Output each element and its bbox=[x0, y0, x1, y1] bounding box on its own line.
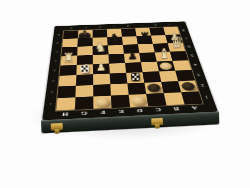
square-g2 bbox=[75, 85, 93, 97]
square-f3 bbox=[93, 74, 110, 85]
square-a2 bbox=[178, 80, 198, 92]
square-e2 bbox=[110, 84, 128, 96]
black-die-icon bbox=[131, 73, 140, 82]
square-h2 bbox=[57, 86, 75, 98]
square-h4 bbox=[60, 65, 77, 76]
square-c4 bbox=[141, 62, 159, 73]
square-f7 bbox=[93, 37, 108, 46]
square-d2 bbox=[127, 83, 146, 95]
light-checker bbox=[131, 96, 146, 106]
square-d4 bbox=[125, 62, 143, 73]
square-h3 bbox=[59, 75, 77, 87]
chess-board: HGFEDCBA HGFEDCBA 87654321 87654321 ♚♞♜♟… bbox=[42, 21, 218, 120]
chess-set-photo: HGFEDCBA HGFEDCBA 87654321 87654321 ♚♞♜♟… bbox=[0, 0, 250, 188]
square-f2 bbox=[93, 84, 111, 96]
square-e3 bbox=[110, 73, 128, 84]
square-d3 bbox=[126, 72, 144, 83]
square-h7 bbox=[62, 38, 78, 47]
square-c5 bbox=[139, 52, 156, 62]
square-d5: ♟ bbox=[124, 53, 141, 63]
square-a1 bbox=[181, 92, 202, 105]
square-f6: ♞ bbox=[93, 46, 109, 55]
square-e4 bbox=[109, 63, 126, 74]
white-die-icon bbox=[80, 64, 89, 73]
square-h1 bbox=[56, 97, 75, 110]
square-c3 bbox=[143, 71, 162, 82]
square-g3 bbox=[76, 74, 93, 85]
square-b2 bbox=[161, 81, 181, 93]
light-checker bbox=[95, 97, 109, 107]
square-h6 bbox=[61, 47, 77, 57]
square-d1 bbox=[129, 94, 149, 107]
square-h5: ♜ bbox=[61, 56, 78, 66]
square-e1 bbox=[111, 95, 130, 108]
white-knight: ♞ bbox=[94, 41, 106, 54]
brass-clasp-icon bbox=[51, 123, 63, 131]
brass-clasp-icon bbox=[151, 118, 163, 126]
board-perspective-wrap: HGFEDCBA HGFEDCBA 87654321 87654321 ♚♞♜♟… bbox=[50, 0, 200, 138]
dark-checker bbox=[147, 83, 162, 92]
square-b4 bbox=[157, 61, 175, 71]
light-checker bbox=[159, 62, 173, 70]
dark-checker bbox=[181, 82, 196, 91]
board-squares: ♚♞♜♟♞♛♜♟♝♟ bbox=[56, 27, 202, 111]
square-a3 bbox=[175, 70, 195, 81]
rank-label: 1 bbox=[199, 91, 215, 103]
square-a4 bbox=[173, 60, 192, 70]
square-f1 bbox=[93, 96, 112, 109]
square-a5 bbox=[170, 51, 188, 61]
square-c1 bbox=[146, 93, 166, 106]
square-g1 bbox=[75, 97, 94, 110]
